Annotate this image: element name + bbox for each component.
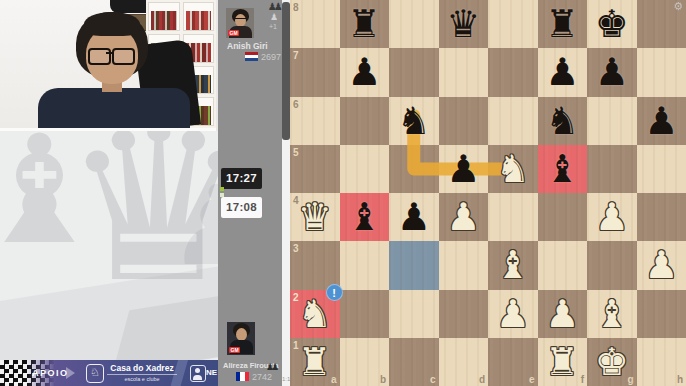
top-player-rating-row: 2697	[245, 52, 281, 62]
square-e2[interactable]: ♟	[488, 290, 538, 338]
gm-title-badge: GM	[228, 30, 239, 36]
square-a7[interactable]: 7	[290, 48, 340, 96]
avatar-top-player: GM	[226, 8, 254, 38]
black-piece-f7[interactable]: ♟	[538, 48, 588, 96]
white-piece-g4[interactable]: ♟	[587, 193, 637, 241]
bottom-player-rating-row: 2742	[236, 372, 272, 382]
square-f4[interactable]	[538, 193, 588, 241]
black-piece-h6[interactable]: ♟	[637, 97, 686, 145]
players-panel: GM ♟♟ ♟ +1 Anish Giri 2697 17:27 17:08 G…	[218, 0, 290, 386]
white-piece-d4[interactable]: ♟	[439, 193, 489, 241]
streamer-icon	[190, 365, 206, 382]
blunder-alert-badge: !	[326, 284, 343, 301]
square-a6[interactable]: 6	[290, 97, 340, 145]
square-c2[interactable]	[389, 290, 439, 338]
square-h4[interactable]	[637, 193, 686, 241]
streamer-fringe	[84, 12, 140, 36]
square-e3[interactable]: ♝	[488, 241, 538, 289]
banner-right-text: NE	[206, 368, 217, 377]
square-c3[interactable]	[389, 241, 439, 289]
top-player-name: Anish Giri	[227, 41, 268, 51]
square-d4[interactable]: ♟	[439, 193, 489, 241]
casa-do-xadrez-logo: ♘	[86, 364, 104, 383]
black-piece-g7[interactable]: ♟	[587, 48, 637, 96]
square-h5[interactable]	[637, 145, 686, 193]
gm-title-badge: GM	[229, 347, 240, 353]
black-piece-c6[interactable]: ♞	[389, 97, 439, 145]
square-d8[interactable]: ♛	[439, 0, 489, 48]
spectators-pair-icon: ♟♟	[268, 1, 280, 12]
white-piece-f1[interactable]: ♜	[538, 338, 588, 386]
square-a2[interactable]: 2♞!	[290, 290, 340, 338]
square-c7[interactable]	[389, 48, 439, 96]
square-b4[interactable]: ♝	[340, 193, 390, 241]
black-piece-d8[interactable]: ♛	[439, 0, 489, 48]
square-b1[interactable]: b	[340, 338, 390, 386]
file-label: b	[380, 374, 386, 385]
black-piece-f6[interactable]: ♞	[538, 97, 588, 145]
white-piece-e5[interactable]: ♞	[488, 145, 538, 193]
square-e6[interactable]	[488, 97, 538, 145]
square-g1[interactable]: g♚	[587, 338, 637, 386]
square-g5[interactable]	[587, 145, 637, 193]
black-piece-f8[interactable]: ♜	[538, 0, 588, 48]
square-d6[interactable]	[439, 97, 489, 145]
white-piece-a4[interactable]: ♛	[290, 193, 340, 241]
black-piece-c4[interactable]: ♟	[389, 193, 439, 241]
rank-label: 8	[293, 2, 299, 13]
square-b6[interactable]	[340, 97, 390, 145]
square-g7[interactable]: ♟	[587, 48, 637, 96]
spectator-single-icon: ♟	[270, 12, 278, 22]
chevron-right-icon	[66, 367, 75, 379]
glasses-icon	[88, 48, 111, 65]
square-c6[interactable]: ♞	[389, 97, 439, 145]
square-b8[interactable]: ♜	[340, 0, 390, 48]
glasses-icon	[112, 48, 135, 65]
move-list-scrollbar[interactable]: 1:1	[282, 0, 290, 386]
square-e5[interactable]: ♞	[488, 145, 538, 193]
square-c1[interactable]: c	[389, 338, 439, 386]
square-h3[interactable]: ♟	[637, 241, 686, 289]
spectators-count: +1	[269, 23, 277, 30]
spectators-pair-icon: ♟♟	[266, 362, 276, 372]
white-piece-a1[interactable]: ♜	[290, 338, 340, 386]
white-piece-g1[interactable]: ♚	[587, 338, 637, 386]
settings-gear-icon[interactable]: ⚙	[673, 0, 683, 13]
square-b2[interactable]	[340, 290, 390, 338]
top-player-rating: 2697	[261, 52, 281, 62]
glasses-bridge	[106, 52, 113, 54]
square-d3[interactable]	[439, 241, 489, 289]
file-label: e	[529, 374, 535, 385]
square-g4[interactable]: ♟	[587, 193, 637, 241]
brand-subtitle: escola e clube	[107, 374, 177, 382]
square-c5[interactable]	[389, 145, 439, 193]
square-g6[interactable]	[587, 97, 637, 145]
webcam-video	[0, 0, 216, 131]
square-b7[interactable]: ♟	[340, 48, 390, 96]
file-label: c	[430, 374, 436, 385]
square-d5[interactable]: ♟	[439, 145, 489, 193]
rank-label: 7	[293, 50, 299, 61]
square-e1[interactable]: e	[488, 338, 538, 386]
rank-label: 5	[293, 147, 299, 158]
square-a1[interactable]: 1a♜	[290, 338, 340, 386]
square-f3[interactable]	[538, 241, 588, 289]
left-column: ♝ ♛ ♟ APOIO ♘ Casa do Xadrez escola e cl…	[0, 0, 218, 386]
square-h7[interactable]	[637, 48, 686, 96]
square-e8[interactable]	[488, 0, 538, 48]
square-c4[interactable]: ♟	[389, 193, 439, 241]
black-piece-f5[interactable]: ♝	[538, 145, 588, 193]
square-e7[interactable]	[488, 48, 538, 96]
clock-indicator-green	[220, 187, 224, 191]
square-f2[interactable]: ♟	[538, 290, 588, 338]
square-g3[interactable]	[587, 241, 637, 289]
file-label: h	[677, 374, 683, 385]
black-clock: 17:27	[221, 168, 262, 189]
avatar-bottom-player: GM	[227, 322, 255, 355]
square-d7[interactable]	[439, 48, 489, 96]
white-piece-e2[interactable]: ♟	[488, 290, 538, 338]
black-piece-d5[interactable]: ♟	[439, 145, 489, 193]
square-f8[interactable]: ♜	[538, 0, 588, 48]
square-f6[interactable]: ♞	[538, 97, 588, 145]
scrollbar-thumb[interactable]	[282, 2, 290, 140]
scrollbar-label: 1:1	[282, 376, 290, 382]
square-h6[interactable]: ♟	[637, 97, 686, 145]
square-e4[interactable]	[488, 193, 538, 241]
square-c8[interactable]	[389, 0, 439, 48]
square-f1[interactable]: f♜	[538, 338, 588, 386]
bottom-player-rating: 2742	[252, 372, 272, 382]
stream-layout: ♝ ♛ ♟ APOIO ♘ Casa do Xadrez escola e cl…	[0, 0, 686, 386]
white-piece-e3[interactable]: ♝	[488, 241, 538, 289]
square-h2[interactable]	[637, 290, 686, 338]
square-g2[interactable]: ♝	[587, 290, 637, 338]
white-piece-h3[interactable]: ♟	[637, 241, 686, 289]
square-f7[interactable]: ♟	[538, 48, 588, 96]
white-clock: 17:08	[221, 197, 262, 218]
square-f5[interactable]: ♝	[538, 145, 588, 193]
black-piece-b8[interactable]: ♜	[340, 0, 390, 48]
faded-pawn-icon: ♟	[168, 171, 218, 281]
chess-board[interactable]: 8♜♛♜♚7♟♟♟6♞♞♟5♟♞♝4♛♝♟♟♟3♝♟2♞!♟♟♝1a♜bcdef…	[290, 0, 686, 386]
square-g8[interactable]: ♚	[587, 0, 637, 48]
square-d2[interactable]	[439, 290, 489, 338]
sponsor-banner: APOIO ♘ Casa do Xadrez escola e clube NE	[0, 360, 218, 386]
apoio-label: APOIO	[32, 368, 69, 378]
square-a4[interactable]: 4♛	[290, 193, 340, 241]
black-piece-b4[interactable]: ♝	[340, 193, 390, 241]
square-a5[interactable]: 5	[290, 145, 340, 193]
black-piece-b7[interactable]: ♟	[340, 48, 390, 96]
streamer-body	[38, 88, 190, 130]
white-piece-g2[interactable]: ♝	[587, 290, 637, 338]
brand-block: Casa do Xadrez escola e clube	[107, 363, 177, 382]
square-a8[interactable]: 8	[290, 0, 340, 48]
brand-name: Casa do Xadrez	[107, 363, 177, 373]
file-label: d	[479, 374, 485, 385]
square-d1[interactable]: d	[439, 338, 489, 386]
shelf-cubby	[183, 2, 215, 31]
white-piece-f2[interactable]: ♟	[538, 290, 588, 338]
france-flag	[236, 372, 249, 381]
rank-label: 3	[293, 243, 299, 254]
square-b3[interactable]	[340, 241, 390, 289]
square-b5[interactable]	[340, 145, 390, 193]
square-h1[interactable]: h	[637, 338, 686, 386]
black-piece-g8[interactable]: ♚	[587, 0, 637, 48]
rank-label: 6	[293, 99, 299, 110]
square-a3[interactable]: 3	[290, 241, 340, 289]
background-chess-photo: ♝ ♛ ♟	[0, 131, 218, 361]
netherlands-flag	[245, 52, 258, 61]
board-area: 8♜♛♜♚7♟♟♟6♞♞♟5♟♞♝4♛♝♟♟♟3♝♟2♞!♟♟♝1a♜bcdef…	[290, 0, 686, 386]
shelf-cubby	[148, 2, 180, 31]
